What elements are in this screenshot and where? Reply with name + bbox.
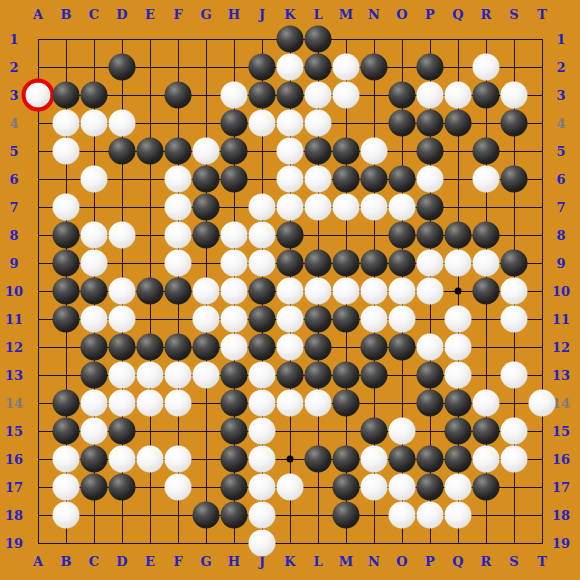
- stone[interactable]: [53, 250, 80, 277]
- stone[interactable]: [249, 278, 276, 305]
- stone[interactable]: [109, 362, 136, 389]
- col-label-top: M: [339, 8, 353, 21]
- stone[interactable]: [333, 138, 360, 165]
- stone[interactable]: [277, 390, 304, 417]
- stone[interactable]: [305, 138, 332, 165]
- stone[interactable]: [501, 446, 528, 473]
- stone[interactable]: [53, 474, 80, 501]
- stone[interactable]: [417, 334, 444, 361]
- star-point: [287, 456, 294, 463]
- stone[interactable]: [445, 362, 472, 389]
- stone[interactable]: [445, 418, 472, 445]
- stone[interactable]: [249, 390, 276, 417]
- stone[interactable]: [417, 278, 444, 305]
- row-label-left: 10: [5, 285, 23, 298]
- stone[interactable]: [305, 250, 332, 277]
- stone[interactable]: [389, 446, 416, 473]
- stone[interactable]: [249, 530, 276, 557]
- stone[interactable]: [137, 390, 164, 417]
- stone[interactable]: [221, 278, 248, 305]
- stone[interactable]: [193, 334, 220, 361]
- stone[interactable]: [277, 194, 304, 221]
- stone[interactable]: [277, 250, 304, 277]
- stone[interactable]: [277, 362, 304, 389]
- stone[interactable]: [53, 138, 80, 165]
- stone[interactable]: [305, 54, 332, 81]
- stone[interactable]: [389, 334, 416, 361]
- stone[interactable]: [277, 278, 304, 305]
- col-label-top: G: [200, 8, 211, 21]
- row-label-right: 4: [556, 117, 565, 130]
- stone[interactable]: [53, 110, 80, 137]
- stone[interactable]: [249, 474, 276, 501]
- stone[interactable]: [333, 390, 360, 417]
- row-label-left: 2: [9, 61, 18, 74]
- row-label-left: 13: [5, 369, 23, 382]
- stone[interactable]: [137, 138, 164, 165]
- stone[interactable]: [165, 474, 192, 501]
- stone[interactable]: [53, 194, 80, 221]
- row-label-right: 13: [552, 369, 570, 382]
- stone[interactable]: [165, 82, 192, 109]
- col-label-top: C: [89, 8, 99, 21]
- stone[interactable]: [305, 26, 332, 53]
- stone[interactable]: [305, 446, 332, 473]
- stone[interactable]: [361, 362, 388, 389]
- row-label-right: 5: [556, 145, 565, 158]
- stone[interactable]: [165, 446, 192, 473]
- stone[interactable]: [81, 474, 108, 501]
- col-label-top: B: [61, 8, 72, 21]
- stone[interactable]: [305, 82, 332, 109]
- stone[interactable]: [221, 502, 248, 529]
- stone[interactable]: [221, 222, 248, 249]
- stone[interactable]: [501, 418, 528, 445]
- stone[interactable]: [333, 474, 360, 501]
- row-label-left: 15: [5, 425, 23, 438]
- stone[interactable]: [277, 166, 304, 193]
- stone[interactable]: [389, 166, 416, 193]
- stone[interactable]: [333, 194, 360, 221]
- col-label-top: Q: [452, 8, 463, 21]
- stone[interactable]: [193, 502, 220, 529]
- stone[interactable]: [221, 418, 248, 445]
- col-label-top: T: [537, 8, 547, 21]
- row-label-left: 11: [5, 313, 23, 326]
- stone[interactable]: [389, 194, 416, 221]
- stone[interactable]: [361, 418, 388, 445]
- stone[interactable]: [417, 446, 444, 473]
- stone[interactable]: [193, 362, 220, 389]
- stone[interactable]: [277, 334, 304, 361]
- stone[interactable]: [417, 166, 444, 193]
- stone[interactable]: [501, 82, 528, 109]
- grid-line: [542, 39, 543, 544]
- stone[interactable]: [249, 446, 276, 473]
- col-label-bottom: G: [200, 555, 211, 568]
- stone[interactable]: [501, 110, 528, 137]
- stone[interactable]: [249, 194, 276, 221]
- stone[interactable]: [165, 166, 192, 193]
- row-label-right: 11: [552, 313, 570, 326]
- stone[interactable]: [109, 418, 136, 445]
- stone[interactable]: [53, 222, 80, 249]
- row-label-right: 6: [556, 173, 565, 186]
- stone[interactable]: [81, 250, 108, 277]
- stone[interactable]: [53, 502, 80, 529]
- stone[interactable]: [305, 334, 332, 361]
- stone[interactable]: [81, 306, 108, 333]
- stone[interactable]: [137, 362, 164, 389]
- go-board[interactable]: AABBCCDDEEFFGGHHJJKKLLMMNNOOPPQQRRSSTT11…: [0, 0, 580, 580]
- stone[interactable]: [361, 446, 388, 473]
- stone[interactable]: [333, 278, 360, 305]
- stone[interactable]: [221, 306, 248, 333]
- col-label-bottom: D: [116, 555, 127, 568]
- stone[interactable]: [361, 306, 388, 333]
- col-label-bottom: E: [145, 555, 155, 568]
- stone[interactable]: [109, 474, 136, 501]
- stone[interactable]: [333, 166, 360, 193]
- stone[interactable]: [417, 474, 444, 501]
- stone[interactable]: [361, 250, 388, 277]
- stone[interactable]: [137, 334, 164, 361]
- stone[interactable]: [445, 110, 472, 137]
- col-label-bottom: M: [339, 555, 353, 568]
- row-label-left: 16: [5, 453, 23, 466]
- stone[interactable]: [445, 82, 472, 109]
- stone[interactable]: [249, 250, 276, 277]
- col-label-top: A: [33, 8, 43, 21]
- stone[interactable]: [221, 82, 248, 109]
- stone[interactable]: [305, 306, 332, 333]
- row-label-right: 3: [556, 89, 565, 102]
- stone[interactable]: [81, 446, 108, 473]
- stone[interactable]: [361, 474, 388, 501]
- stone[interactable]: [277, 54, 304, 81]
- stone[interactable]: [249, 110, 276, 137]
- row-label-left: 4: [9, 117, 18, 130]
- col-label-top: J: [259, 8, 265, 21]
- stone[interactable]: [473, 446, 500, 473]
- col-label-bottom: C: [89, 555, 99, 568]
- stone[interactable]: [333, 82, 360, 109]
- stone[interactable]: [137, 446, 164, 473]
- stone[interactable]: [445, 222, 472, 249]
- stone[interactable]: [109, 390, 136, 417]
- row-label-right: 10: [552, 285, 570, 298]
- stone[interactable]: [277, 138, 304, 165]
- row-label-right: 15: [552, 425, 570, 438]
- stone[interactable]: [193, 306, 220, 333]
- stone[interactable]: [81, 222, 108, 249]
- stone[interactable]: [333, 446, 360, 473]
- stone[interactable]: [417, 222, 444, 249]
- stone[interactable]: [249, 222, 276, 249]
- stone[interactable]: [361, 54, 388, 81]
- col-label-top: E: [145, 8, 155, 21]
- stone[interactable]: [473, 166, 500, 193]
- stone[interactable]: [529, 390, 556, 417]
- col-label-top: O: [396, 8, 407, 21]
- stone[interactable]: [221, 250, 248, 277]
- grid-line: [38, 543, 543, 544]
- col-label-top: R: [481, 8, 492, 21]
- row-label-left: 17: [5, 481, 23, 494]
- stone[interactable]: [389, 250, 416, 277]
- col-label-bottom: B: [61, 555, 72, 568]
- stone[interactable]: [221, 138, 248, 165]
- stone[interactable]: [165, 278, 192, 305]
- row-label-left: 12: [5, 341, 23, 354]
- stone[interactable]: [473, 418, 500, 445]
- stone[interactable]: [305, 194, 332, 221]
- row-label-left: 19: [5, 537, 23, 550]
- row-label-right: 8: [556, 229, 565, 242]
- stone[interactable]: [109, 306, 136, 333]
- row-label-left: 14: [5, 397, 23, 410]
- stone[interactable]: [445, 446, 472, 473]
- stone[interactable]: [277, 82, 304, 109]
- stone[interactable]: [361, 138, 388, 165]
- stone[interactable]: [445, 390, 472, 417]
- stone[interactable]: [389, 502, 416, 529]
- stone[interactable]: [81, 110, 108, 137]
- row-label-right: 17: [552, 481, 570, 494]
- stone[interactable]: [417, 138, 444, 165]
- stone[interactable]: [165, 362, 192, 389]
- stone[interactable]: [417, 362, 444, 389]
- row-label-left: 18: [5, 509, 23, 522]
- stone[interactable]: [417, 194, 444, 221]
- col-label-top: P: [425, 8, 435, 21]
- stone[interactable]: [501, 306, 528, 333]
- stone[interactable]: [193, 194, 220, 221]
- stone[interactable]: [417, 54, 444, 81]
- star-point: [455, 288, 462, 295]
- stone[interactable]: [53, 82, 80, 109]
- stone[interactable]: [165, 334, 192, 361]
- col-label-bottom: T: [537, 555, 547, 568]
- stone[interactable]: [389, 306, 416, 333]
- stone[interactable]: [305, 362, 332, 389]
- col-label-bottom: F: [173, 555, 182, 568]
- stone[interactable]: [501, 362, 528, 389]
- stone[interactable]: [417, 82, 444, 109]
- stone[interactable]: [277, 222, 304, 249]
- stone[interactable]: [137, 278, 164, 305]
- stone[interactable]: [221, 390, 248, 417]
- col-label-bottom: R: [481, 555, 492, 568]
- stone[interactable]: [277, 26, 304, 53]
- stone[interactable]: [109, 222, 136, 249]
- stone[interactable]: [193, 138, 220, 165]
- row-label-left: 6: [9, 173, 18, 186]
- stone[interactable]: [109, 446, 136, 473]
- stone[interactable]: [473, 54, 500, 81]
- stone[interactable]: [389, 222, 416, 249]
- stone[interactable]: [109, 54, 136, 81]
- stone[interactable]: [193, 166, 220, 193]
- last-move-stone[interactable]: [22, 79, 55, 112]
- stone[interactable]: [221, 362, 248, 389]
- stone[interactable]: [53, 306, 80, 333]
- stone[interactable]: [277, 306, 304, 333]
- stone[interactable]: [277, 474, 304, 501]
- stone[interactable]: [53, 446, 80, 473]
- stone[interactable]: [165, 222, 192, 249]
- stone[interactable]: [81, 390, 108, 417]
- stone[interactable]: [389, 82, 416, 109]
- stone[interactable]: [165, 138, 192, 165]
- col-label-bottom: L: [313, 555, 322, 568]
- stone[interactable]: [501, 250, 528, 277]
- row-label-right: 7: [556, 201, 565, 214]
- col-label-bottom: P: [425, 555, 435, 568]
- col-label-top: F: [173, 8, 182, 21]
- stone[interactable]: [165, 390, 192, 417]
- stone[interactable]: [445, 474, 472, 501]
- stone[interactable]: [473, 82, 500, 109]
- row-label-right: 1: [556, 33, 565, 46]
- stone[interactable]: [109, 334, 136, 361]
- stone[interactable]: [333, 54, 360, 81]
- stone[interactable]: [249, 334, 276, 361]
- stone[interactable]: [81, 334, 108, 361]
- stone[interactable]: [333, 362, 360, 389]
- stone[interactable]: [417, 390, 444, 417]
- stone[interactable]: [417, 250, 444, 277]
- stone[interactable]: [193, 222, 220, 249]
- stone[interactable]: [445, 334, 472, 361]
- stone[interactable]: [333, 502, 360, 529]
- stone[interactable]: [249, 306, 276, 333]
- stone[interactable]: [361, 194, 388, 221]
- col-label-top: D: [116, 8, 127, 21]
- stone[interactable]: [305, 166, 332, 193]
- stone[interactable]: [305, 110, 332, 137]
- stone[interactable]: [109, 110, 136, 137]
- col-label-top: S: [509, 8, 518, 21]
- stone[interactable]: [361, 278, 388, 305]
- stone[interactable]: [53, 278, 80, 305]
- stone[interactable]: [193, 278, 220, 305]
- row-label-right: 9: [556, 257, 565, 270]
- row-label-right: 19: [552, 537, 570, 550]
- col-label-bottom: S: [509, 555, 518, 568]
- stone[interactable]: [389, 278, 416, 305]
- stone[interactable]: [81, 362, 108, 389]
- row-label-right: 2: [556, 61, 565, 74]
- row-label-left: 7: [9, 201, 18, 214]
- stone[interactable]: [53, 390, 80, 417]
- row-label-left: 9: [9, 257, 18, 270]
- stone[interactable]: [361, 334, 388, 361]
- stone[interactable]: [389, 474, 416, 501]
- stone[interactable]: [221, 474, 248, 501]
- stone[interactable]: [221, 166, 248, 193]
- stone[interactable]: [501, 278, 528, 305]
- stone[interactable]: [473, 138, 500, 165]
- stone[interactable]: [389, 418, 416, 445]
- stone[interactable]: [333, 250, 360, 277]
- stone[interactable]: [81, 82, 108, 109]
- stone[interactable]: [249, 418, 276, 445]
- stone[interactable]: [473, 390, 500, 417]
- stone[interactable]: [305, 390, 332, 417]
- row-label-right: 16: [552, 453, 570, 466]
- row-label-right: 18: [552, 509, 570, 522]
- stone[interactable]: [249, 362, 276, 389]
- row-label-left: 3: [9, 89, 18, 102]
- col-label-bottom: A: [33, 555, 43, 568]
- stone[interactable]: [473, 474, 500, 501]
- stone[interactable]: [417, 502, 444, 529]
- stone[interactable]: [389, 110, 416, 137]
- stone[interactable]: [277, 110, 304, 137]
- stone[interactable]: [473, 222, 500, 249]
- stone[interactable]: [445, 306, 472, 333]
- row-label-left: 8: [9, 229, 18, 242]
- col-label-top: H: [228, 8, 240, 21]
- col-label-top: L: [313, 8, 322, 21]
- stone[interactable]: [249, 502, 276, 529]
- stone[interactable]: [417, 110, 444, 137]
- stone[interactable]: [109, 278, 136, 305]
- stone[interactable]: [109, 138, 136, 165]
- stone[interactable]: [501, 166, 528, 193]
- stone[interactable]: [165, 194, 192, 221]
- stone[interactable]: [333, 306, 360, 333]
- col-label-bottom: Q: [452, 555, 463, 568]
- stone[interactable]: [473, 278, 500, 305]
- stone[interactable]: [81, 166, 108, 193]
- stone[interactable]: [165, 250, 192, 277]
- col-label-bottom: N: [368, 555, 380, 568]
- stone[interactable]: [445, 502, 472, 529]
- stone[interactable]: [473, 250, 500, 277]
- stone[interactable]: [81, 278, 108, 305]
- row-label-left: 1: [9, 33, 18, 46]
- stone[interactable]: [249, 54, 276, 81]
- stone[interactable]: [221, 110, 248, 137]
- stone[interactable]: [249, 82, 276, 109]
- stone[interactable]: [221, 334, 248, 361]
- row-label-right: 12: [552, 341, 570, 354]
- col-label-top: N: [368, 8, 380, 21]
- col-label-bottom: O: [396, 555, 407, 568]
- col-label-bottom: K: [284, 555, 295, 568]
- stone[interactable]: [305, 278, 332, 305]
- col-label-top: K: [284, 8, 295, 21]
- stone[interactable]: [361, 166, 388, 193]
- stone[interactable]: [221, 446, 248, 473]
- stone[interactable]: [81, 418, 108, 445]
- col-label-bottom: H: [228, 555, 240, 568]
- row-label-left: 5: [9, 145, 18, 158]
- stone[interactable]: [445, 250, 472, 277]
- stone[interactable]: [53, 418, 80, 445]
